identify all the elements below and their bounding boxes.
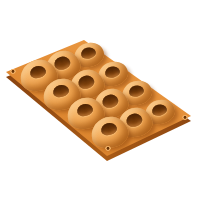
cavity-hole xyxy=(99,120,117,136)
cavity-hole xyxy=(151,103,168,117)
cavity-hole xyxy=(125,111,144,127)
cavity-hole xyxy=(128,84,145,98)
cavity-hole xyxy=(104,65,121,79)
cavity-hole xyxy=(75,101,93,117)
cavity-hole xyxy=(77,73,96,89)
product-photo-silicone-mold xyxy=(0,0,200,200)
mold-corner-pinhole xyxy=(182,115,188,120)
cavity-hole xyxy=(101,92,120,108)
cavity-hole xyxy=(53,54,72,70)
mold-corner-pinhole xyxy=(105,146,111,151)
cavity-hole xyxy=(51,82,69,98)
cavity-hole xyxy=(28,63,46,79)
mold-corner-pinhole xyxy=(10,69,16,74)
cavity-layer xyxy=(0,0,200,200)
cavity-hole xyxy=(80,46,97,60)
